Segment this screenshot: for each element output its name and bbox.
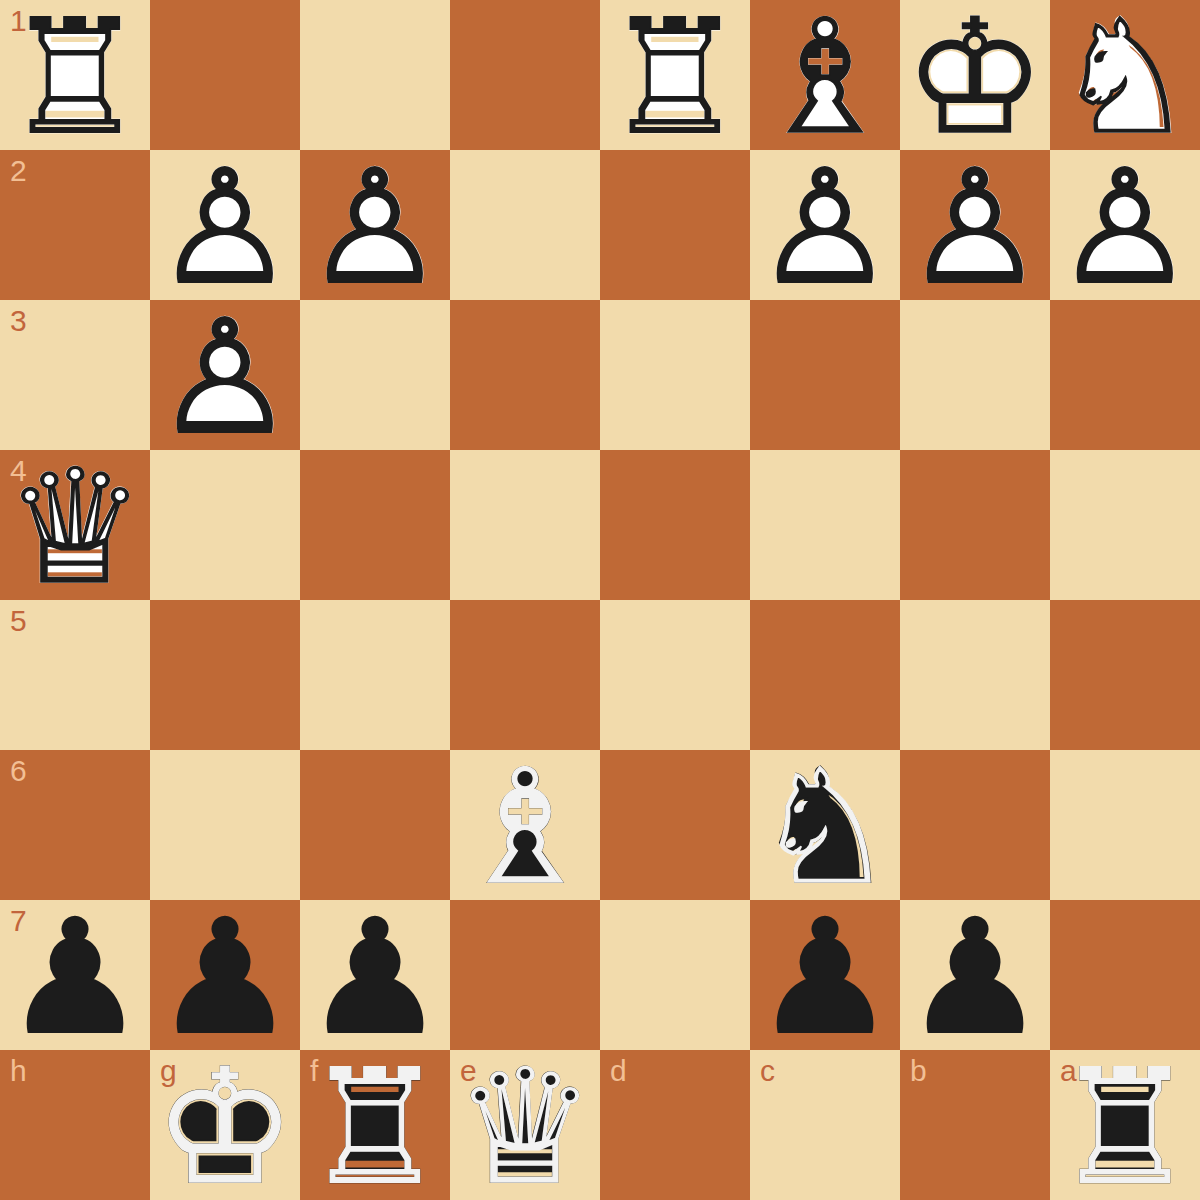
white-pawn-glyph: ♟: [150, 152, 300, 302]
white-pawn[interactable]: ♟♙: [900, 150, 1050, 300]
white-pawn-glyph: ♟: [150, 302, 300, 452]
chess-board: 1♜♖♜♖♝♗♚♔♞♘2♟♙♟♙♟♙♟♙♟♙3♟♙4♛♕56♝♗♞♘7♟♟♟♟♟…: [0, 0, 1200, 1200]
square-g4[interactable]: [150, 450, 300, 600]
square-e5[interactable]: [450, 600, 600, 750]
black-king-glyph: ♚: [150, 1052, 300, 1200]
white-pawn-detail-lines: ♙: [750, 152, 900, 302]
white-king-detail-lines: ♔: [900, 2, 1050, 152]
square-g8[interactable]: g♚♔: [150, 1050, 300, 1200]
square-h5[interactable]: 5: [0, 600, 150, 750]
black-pawn[interactable]: ♟: [900, 900, 1050, 1050]
black-queen[interactable]: ♛♕: [450, 1050, 600, 1200]
square-f3[interactable]: [300, 300, 450, 450]
square-d4[interactable]: [600, 450, 750, 600]
square-b7[interactable]: ♟: [900, 900, 1050, 1050]
rank-label-3: 3: [10, 306, 27, 336]
black-pawn[interactable]: ♟: [150, 900, 300, 1050]
square-f5[interactable]: [300, 600, 450, 750]
square-a8[interactable]: a♜♖: [1050, 1050, 1200, 1200]
square-a3[interactable]: [1050, 300, 1200, 450]
square-h1[interactable]: 1♜♖: [0, 0, 150, 150]
square-c3[interactable]: [750, 300, 900, 450]
black-pawn-glyph: ♟: [300, 902, 450, 1052]
square-g7[interactable]: ♟: [150, 900, 300, 1050]
black-king[interactable]: ♚♔: [150, 1050, 300, 1200]
black-pawn[interactable]: ♟: [0, 900, 150, 1050]
square-b3[interactable]: [900, 300, 1050, 450]
file-label-d: d: [610, 1056, 627, 1086]
rank-label-2: 2: [10, 156, 27, 186]
square-e6[interactable]: ♝♗: [450, 750, 600, 900]
white-pawn-glyph: ♟: [300, 152, 450, 302]
white-knight[interactable]: ♞♘: [1050, 0, 1200, 150]
square-f4[interactable]: [300, 450, 450, 600]
white-king[interactable]: ♚♔: [900, 0, 1050, 150]
square-d8[interactable]: d: [600, 1050, 750, 1200]
square-g6[interactable]: [150, 750, 300, 900]
square-f7[interactable]: ♟: [300, 900, 450, 1050]
file-label-c: c: [760, 1056, 775, 1086]
square-g2[interactable]: ♟♙: [150, 150, 300, 300]
white-pawn[interactable]: ♟♙: [150, 300, 300, 450]
file-label-h: h: [10, 1056, 27, 1086]
white-bishop-glyph: ♝: [750, 2, 900, 152]
white-pawn[interactable]: ♟♙: [750, 150, 900, 300]
square-e7[interactable]: [450, 900, 600, 1050]
square-b1[interactable]: ♚♔: [900, 0, 1050, 150]
square-e3[interactable]: [450, 300, 600, 450]
square-f6[interactable]: [300, 750, 450, 900]
square-h8[interactable]: h: [0, 1050, 150, 1200]
black-knight-glyph: ♞: [750, 752, 900, 902]
square-e2[interactable]: [450, 150, 600, 300]
white-pawn-detail-lines: ♙: [150, 152, 300, 302]
white-knight-detail-lines: ♘: [1050, 2, 1200, 152]
square-a5[interactable]: [1050, 600, 1200, 750]
square-g1[interactable]: [150, 0, 300, 150]
white-rook-glyph: ♜: [0, 2, 150, 152]
white-bishop-detail-lines: ♗: [750, 2, 900, 152]
white-rook-glyph: ♜: [600, 2, 750, 152]
white-pawn[interactable]: ♟♙: [300, 150, 450, 300]
black-pawn[interactable]: ♟: [300, 900, 450, 1050]
square-g5[interactable]: [150, 600, 300, 750]
black-rook[interactable]: ♜♖: [1050, 1050, 1200, 1200]
white-rook-detail-lines: ♖: [600, 2, 750, 152]
rank-label-5: 5: [10, 606, 27, 636]
white-queen-detail-lines: ♕: [0, 452, 150, 602]
white-pawn-glyph: ♟: [1050, 152, 1200, 302]
white-pawn-detail-lines: ♙: [900, 152, 1050, 302]
black-knight-detail-lines: ♘: [750, 752, 900, 902]
black-pawn-glyph: ♟: [900, 902, 1050, 1052]
square-b6[interactable]: [900, 750, 1050, 900]
square-c1[interactable]: ♝♗: [750, 0, 900, 150]
square-d3[interactable]: [600, 300, 750, 450]
black-pawn-glyph: ♟: [150, 902, 300, 1052]
square-d6[interactable]: [600, 750, 750, 900]
black-bishop[interactable]: ♝♗: [450, 750, 600, 900]
white-pawn[interactable]: ♟♙: [150, 150, 300, 300]
square-h4[interactable]: 4♛♕: [0, 450, 150, 600]
white-pawn-detail-lines: ♙: [300, 152, 450, 302]
black-rook-glyph: ♜: [300, 1052, 450, 1200]
white-pawn-detail-lines: ♙: [1050, 152, 1200, 302]
square-e8[interactable]: e♛♕: [450, 1050, 600, 1200]
square-d1[interactable]: ♜♖: [600, 0, 750, 150]
square-h7[interactable]: 7♟: [0, 900, 150, 1050]
black-pawn-glyph: ♟: [750, 902, 900, 1052]
square-e4[interactable]: [450, 450, 600, 600]
white-pawn-glyph: ♟: [900, 152, 1050, 302]
square-c7[interactable]: ♟: [750, 900, 900, 1050]
white-pawn-glyph: ♟: [750, 152, 900, 302]
white-knight-glyph: ♞: [1050, 2, 1200, 152]
white-rook-detail-lines: ♖: [0, 2, 150, 152]
square-b4[interactable]: [900, 450, 1050, 600]
black-rook-glyph: ♜: [1050, 1052, 1200, 1200]
white-rook[interactable]: ♜♖: [0, 0, 150, 150]
black-queen-detail-lines: ♕: [450, 1052, 600, 1200]
square-f8[interactable]: f♜♖: [300, 1050, 450, 1200]
white-king-glyph: ♚: [900, 2, 1050, 152]
square-b8[interactable]: b: [900, 1050, 1050, 1200]
square-c4[interactable]: [750, 450, 900, 600]
black-knight[interactable]: ♞♘: [750, 750, 900, 900]
black-king-detail-lines: ♔: [150, 1052, 300, 1200]
black-pawn[interactable]: ♟: [750, 900, 900, 1050]
black-rook-detail-lines: ♖: [1050, 1052, 1200, 1200]
square-c2[interactable]: ♟♙: [750, 150, 900, 300]
square-c6[interactable]: ♞♘: [750, 750, 900, 900]
black-rook-detail-lines: ♖: [300, 1052, 450, 1200]
white-queen[interactable]: ♛♕: [0, 450, 150, 600]
square-e1[interactable]: [450, 0, 600, 150]
square-f2[interactable]: ♟♙: [300, 150, 450, 300]
rank-label-6: 6: [10, 756, 27, 786]
square-b2[interactable]: ♟♙: [900, 150, 1050, 300]
square-g3[interactable]: ♟♙: [150, 300, 300, 450]
white-queen-glyph: ♛: [0, 452, 150, 602]
square-b5[interactable]: [900, 600, 1050, 750]
square-a4[interactable]: [1050, 450, 1200, 600]
square-c5[interactable]: [750, 600, 900, 750]
square-h2[interactable]: 2: [0, 150, 150, 300]
square-a1[interactable]: ♞♘: [1050, 0, 1200, 150]
square-h3[interactable]: 3: [0, 300, 150, 450]
square-d7[interactable]: [600, 900, 750, 1050]
black-queen-glyph: ♛: [450, 1052, 600, 1200]
white-pawn[interactable]: ♟♙: [1050, 150, 1200, 300]
black-bishop-detail-lines: ♗: [450, 752, 600, 902]
white-rook[interactable]: ♜♖: [600, 0, 750, 150]
square-d2[interactable]: [600, 150, 750, 300]
white-bishop[interactable]: ♝♗: [750, 0, 900, 150]
file-label-b: b: [910, 1056, 927, 1086]
white-pawn-detail-lines: ♙: [150, 302, 300, 452]
square-h6[interactable]: 6: [0, 750, 150, 900]
square-a6[interactable]: [1050, 750, 1200, 900]
square-a7[interactable]: [1050, 900, 1200, 1050]
black-rook[interactable]: ♜♖: [300, 1050, 450, 1200]
square-d5[interactable]: [600, 600, 750, 750]
square-a2[interactable]: ♟♙: [1050, 150, 1200, 300]
square-c8[interactable]: c: [750, 1050, 900, 1200]
black-pawn-glyph: ♟: [0, 902, 150, 1052]
square-f1[interactable]: [300, 0, 450, 150]
black-bishop-glyph: ♝: [450, 752, 600, 902]
